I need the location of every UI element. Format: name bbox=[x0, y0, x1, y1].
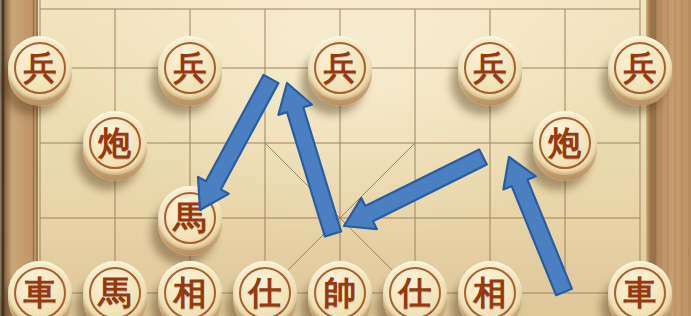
move-arrow-step-3 bbox=[278, 83, 341, 237]
xiangqi-board: 兵兵兵兵兵炮炮馬車馬相仕帥仕相車 bbox=[0, 0, 691, 316]
move-arrow-step-4 bbox=[198, 75, 279, 210]
move-arrow-step-2 bbox=[344, 149, 487, 229]
move-arrows-layer bbox=[0, 0, 691, 316]
move-arrow-step-1 bbox=[503, 157, 572, 295]
